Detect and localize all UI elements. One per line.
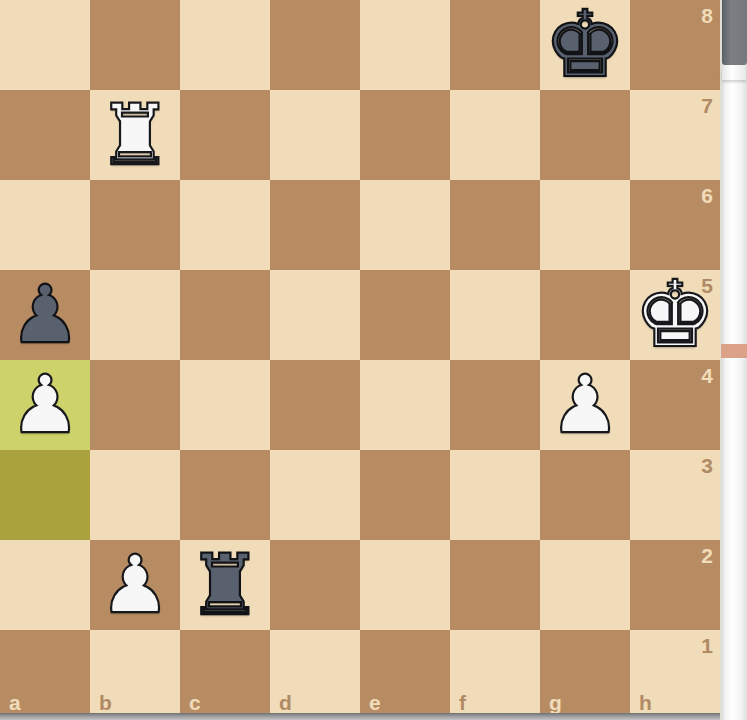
square-e7[interactable] [360,90,450,180]
square-g3[interactable] [540,450,630,540]
square-a1[interactable]: a [0,630,90,720]
square-e6[interactable] [360,180,450,270]
file-label-a: a [9,692,21,713]
square-g4[interactable]: ♟ [540,360,630,450]
square-e8[interactable] [360,0,450,90]
square-f7[interactable] [450,90,540,180]
square-d3[interactable] [270,450,360,540]
square-b5[interactable] [90,270,180,360]
piece-black-king-g8[interactable]: ♚ [540,0,630,90]
chess-app: ♚8♜76♟5♚♟♟43♟♜2abcdefg1h [0,0,747,720]
square-f5[interactable] [450,270,540,360]
square-g6[interactable] [540,180,630,270]
piece-white-pawn-a4[interactable]: ♟ [0,360,90,450]
piece-white-pawn-b2[interactable]: ♟ [90,540,180,630]
square-g8[interactable]: ♚ [540,0,630,90]
file-label-c: c [189,692,201,713]
square-a6[interactable] [0,180,90,270]
square-h2[interactable]: 2 [630,540,720,630]
piece-white-rook-b7[interactable]: ♜ [90,90,180,180]
file-label-d: d [279,692,292,713]
file-label-g: g [549,692,562,713]
square-h6[interactable]: 6 [630,180,720,270]
square-d4[interactable] [270,360,360,450]
rank-label-3: 3 [701,455,713,476]
bottom-divider [0,713,721,720]
square-f1[interactable]: f [450,630,540,720]
square-d7[interactable] [270,90,360,180]
square-d5[interactable] [270,270,360,360]
square-e4[interactable] [360,360,450,450]
square-f6[interactable] [450,180,540,270]
square-h3[interactable]: 3 [630,450,720,540]
rank-label-2: 2 [701,545,713,566]
square-b4[interactable] [90,360,180,450]
square-c8[interactable] [180,0,270,90]
file-label-b: b [99,692,112,713]
piece-white-pawn-g4[interactable]: ♟ [540,360,630,450]
board: ♚8♜76♟5♚♟♟43♟♜2abcdefg1h [0,0,720,720]
square-b8[interactable] [90,0,180,90]
square-b6[interactable] [90,180,180,270]
scrollbar-track[interactable] [720,0,747,720]
square-d6[interactable] [270,180,360,270]
rank-label-4: 4 [701,365,713,386]
square-h4[interactable]: 4 [630,360,720,450]
square-b2[interactable]: ♟ [90,540,180,630]
piece-black-rook-c2[interactable]: ♜ [180,540,270,630]
square-c3[interactable] [180,450,270,540]
square-d1[interactable]: d [270,630,360,720]
square-a3[interactable] [0,450,90,540]
square-e3[interactable] [360,450,450,540]
square-e5[interactable] [360,270,450,360]
square-d8[interactable] [270,0,360,90]
square-c2[interactable]: ♜ [180,540,270,630]
square-h5[interactable]: 5♚ [630,270,720,360]
file-label-f: f [459,692,466,713]
square-g5[interactable] [540,270,630,360]
square-h7[interactable]: 7 [630,90,720,180]
rank-label-6: 6 [701,185,713,206]
square-c4[interactable] [180,360,270,450]
piece-white-king-h5[interactable]: ♚ [630,270,720,360]
square-e2[interactable] [360,540,450,630]
square-b1[interactable]: b [90,630,180,720]
square-b7[interactable]: ♜ [90,90,180,180]
square-h8[interactable]: 8 [630,0,720,90]
square-g2[interactable] [540,540,630,630]
square-a5[interactable]: ♟ [0,270,90,360]
scrollbar-track-top [722,64,746,80]
square-a4[interactable]: ♟ [0,360,90,450]
scrollbar-thumb[interactable] [722,0,747,65]
scrollbar-marker [721,344,747,358]
square-g1[interactable]: g [540,630,630,720]
square-c5[interactable] [180,270,270,360]
square-a2[interactable] [0,540,90,630]
rank-label-8: 8 [701,5,713,26]
file-label-e: e [369,692,381,713]
file-label-h: h [639,692,652,713]
square-d2[interactable] [270,540,360,630]
square-c6[interactable] [180,180,270,270]
square-e1[interactable]: e [360,630,450,720]
square-g7[interactable] [540,90,630,180]
square-c7[interactable] [180,90,270,180]
square-a7[interactable] [0,90,90,180]
square-f3[interactable] [450,450,540,540]
square-f8[interactable] [450,0,540,90]
rank-label-7: 7 [701,95,713,116]
piece-black-pawn-a5[interactable]: ♟ [0,270,90,360]
square-b3[interactable] [90,450,180,540]
square-f2[interactable] [450,540,540,630]
square-h1[interactable]: 1h [630,630,720,720]
rank-label-1: 1 [701,635,713,656]
square-c1[interactable]: c [180,630,270,720]
square-a8[interactable] [0,0,90,90]
square-f4[interactable] [450,360,540,450]
